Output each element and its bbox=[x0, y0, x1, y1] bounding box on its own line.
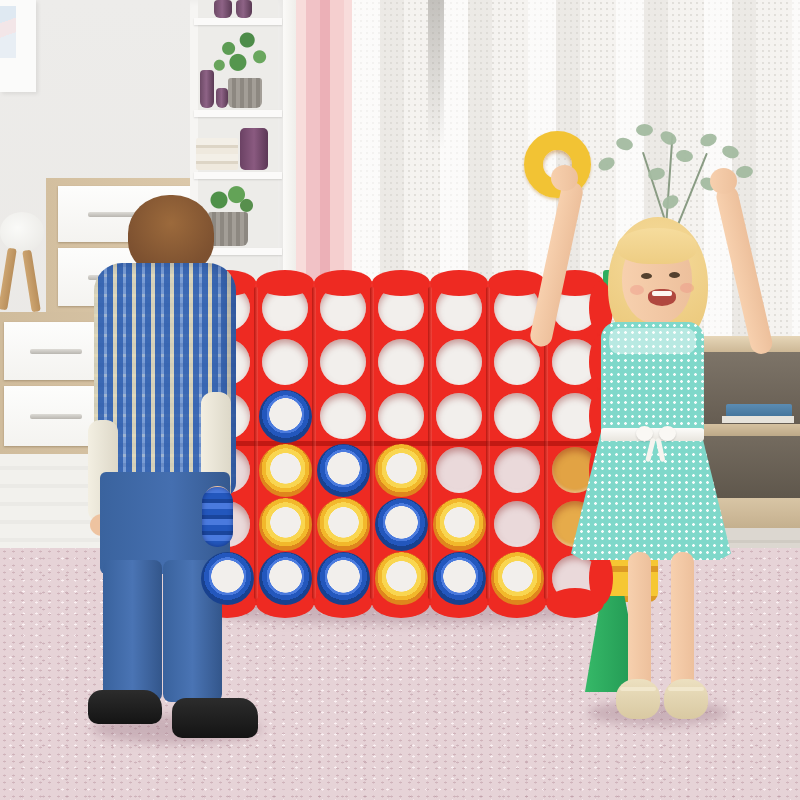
board-scallop-top bbox=[430, 270, 488, 296]
cell-r3c2 bbox=[256, 389, 314, 443]
cell-r4c4 bbox=[372, 443, 430, 497]
hole bbox=[494, 339, 540, 385]
board-scallop-top bbox=[256, 270, 314, 296]
cell-r4c3 bbox=[314, 443, 372, 497]
cell-r3c5 bbox=[430, 389, 488, 443]
hole bbox=[320, 393, 366, 439]
drawer-handle bbox=[30, 414, 82, 419]
hole bbox=[262, 339, 308, 385]
board-ridge bbox=[254, 287, 258, 599]
shelf-slat bbox=[194, 172, 282, 179]
white-book bbox=[722, 416, 794, 423]
blue-ring bbox=[201, 552, 254, 605]
board-ridge bbox=[370, 287, 374, 599]
cell-r5c4 bbox=[372, 497, 430, 551]
cell-r2c4 bbox=[372, 335, 430, 389]
girl-dress-bodice bbox=[601, 322, 704, 434]
books-stack bbox=[196, 138, 238, 170]
cell-r5c2 bbox=[256, 497, 314, 551]
picture-art bbox=[0, 6, 16, 58]
girl-left-shoe bbox=[616, 679, 660, 719]
girl-right-fist bbox=[710, 168, 737, 194]
shelf-slat bbox=[194, 18, 282, 25]
hole bbox=[494, 501, 540, 547]
yellow-ring bbox=[375, 552, 428, 605]
girl-cheek bbox=[630, 285, 644, 295]
cell-r3c6 bbox=[488, 389, 546, 443]
cell-r3c3 bbox=[314, 389, 372, 443]
hole bbox=[436, 447, 482, 493]
picture-frame bbox=[0, 0, 36, 92]
console-shelf bbox=[690, 424, 800, 436]
blue-ring-in-boy-hand bbox=[202, 487, 233, 547]
purple-jar bbox=[240, 128, 268, 170]
cell-r5c6 bbox=[488, 497, 546, 551]
yellow-ring bbox=[317, 498, 370, 551]
blue-ring bbox=[317, 552, 370, 605]
cell-r2c2 bbox=[256, 335, 314, 389]
cell-r2c5 bbox=[430, 335, 488, 389]
board-ridge bbox=[486, 287, 490, 599]
girl-dress-yoke bbox=[609, 328, 696, 354]
hole bbox=[494, 447, 540, 493]
purple-candle bbox=[216, 88, 228, 108]
girl-cheek bbox=[680, 283, 694, 293]
cell-r2c3 bbox=[314, 335, 372, 389]
boy-left-leg bbox=[103, 560, 162, 702]
blue-ring bbox=[259, 390, 312, 443]
boy-left-shoe bbox=[88, 690, 162, 724]
girl-left-fist bbox=[551, 165, 578, 191]
hole bbox=[494, 393, 540, 439]
cell-r4c6 bbox=[488, 443, 546, 497]
blue-ring bbox=[317, 444, 370, 497]
cell-r4c2 bbox=[256, 443, 314, 497]
girl-eye bbox=[669, 272, 680, 278]
hole bbox=[378, 393, 424, 439]
curtain-edge bbox=[283, 0, 296, 300]
board-scallop-top bbox=[372, 270, 430, 296]
drawer-handle bbox=[30, 349, 82, 354]
shoe-strap bbox=[668, 687, 704, 691]
plant-pot bbox=[228, 78, 262, 108]
cell-r3c4 bbox=[372, 389, 430, 443]
stool bbox=[0, 212, 44, 252]
hole bbox=[436, 393, 482, 439]
boy-right-shoe bbox=[172, 698, 258, 738]
board-ridge bbox=[428, 287, 432, 599]
leaf bbox=[636, 124, 653, 136]
fern-plant bbox=[210, 26, 272, 82]
yellow-ring bbox=[259, 444, 312, 497]
hole bbox=[378, 339, 424, 385]
purple-vase bbox=[236, 0, 252, 18]
hole bbox=[320, 339, 366, 385]
girl-teeth bbox=[652, 291, 672, 296]
cell-r5c5 bbox=[430, 497, 488, 551]
curtain-gap bbox=[428, 0, 444, 150]
cell-r4c5 bbox=[430, 443, 488, 497]
girl-right-leg bbox=[671, 552, 694, 692]
shelf-slat bbox=[194, 110, 282, 117]
plant-pot bbox=[208, 212, 248, 246]
yellow-ring bbox=[375, 444, 428, 497]
blue-ring bbox=[433, 552, 486, 605]
board-scallop-top bbox=[488, 270, 546, 296]
girl-fringe bbox=[617, 228, 697, 264]
shoe-strap bbox=[620, 687, 656, 691]
board-ridge bbox=[312, 287, 316, 599]
girl-right-shoe bbox=[664, 679, 708, 719]
board-scallop-top bbox=[314, 270, 372, 296]
purple-vase bbox=[214, 0, 232, 18]
blue-ring bbox=[375, 498, 428, 551]
yellow-ring bbox=[491, 552, 544, 605]
girl-eye bbox=[641, 273, 652, 279]
yellow-ring bbox=[433, 498, 486, 551]
girl-smile bbox=[648, 289, 676, 306]
blue-ring bbox=[259, 552, 312, 605]
girl-left-leg bbox=[628, 552, 651, 692]
cell-r5c3 bbox=[314, 497, 372, 551]
girl-belt-bow bbox=[636, 424, 676, 444]
playroom-scene bbox=[0, 0, 800, 800]
yellow-ring bbox=[259, 498, 312, 551]
hole bbox=[436, 339, 482, 385]
